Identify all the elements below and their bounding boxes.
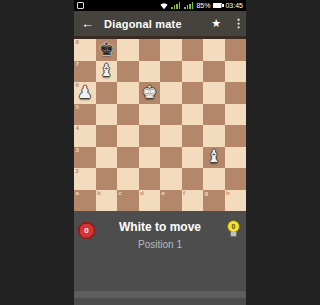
file-label-g: g [205,190,209,197]
piece-black-king[interactable]: ♚ [99,41,114,58]
overflow-menu-icon[interactable]: ⋮ [233,17,239,30]
square-e7[interactable] [160,61,182,83]
status-bar: 85% 03:45 [74,0,246,11]
square-g3[interactable]: ♝ [203,147,225,169]
square-c6[interactable] [117,82,139,104]
square-c4[interactable] [117,125,139,147]
wifi-icon [160,2,168,10]
square-f1[interactable]: f [182,190,204,212]
battery-percent: 85% [196,2,210,9]
clock: 03:45 [225,2,243,9]
square-a6[interactable]: 6♟ [74,82,96,104]
square-a7[interactable]: 7 [74,61,96,83]
square-g7[interactable] [203,61,225,83]
square-a2[interactable]: 2 [74,168,96,190]
square-h2[interactable] [225,168,247,190]
square-c7[interactable] [117,61,139,83]
square-b1[interactable]: b [96,190,118,212]
square-g6[interactable] [203,82,225,104]
square-h6[interactable] [225,82,247,104]
square-d8[interactable] [139,39,161,61]
square-e2[interactable] [160,168,182,190]
rank-label-4: 4 [76,125,79,132]
square-d6[interactable]: ♚ [139,82,161,104]
square-e4[interactable] [160,125,182,147]
square-h3[interactable] [225,147,247,169]
square-f2[interactable] [182,168,204,190]
square-d5[interactable] [139,104,161,126]
square-b6[interactable] [96,82,118,104]
file-label-e: e [162,190,165,197]
square-d1[interactable]: d [139,190,161,212]
square-f8[interactable] [182,39,204,61]
back-arrow-icon[interactable]: ← [81,16,97,31]
screenshot-icon [77,2,84,9]
square-h1[interactable]: h [225,190,247,212]
piece-white-bishop[interactable]: ♝ [99,62,114,79]
square-d2[interactable] [139,168,161,190]
square-d7[interactable] [139,61,161,83]
file-label-d: d [140,190,144,197]
file-label-c: c [119,190,122,197]
square-e8[interactable] [160,39,182,61]
rank-label-3: 3 [76,147,79,154]
square-h4[interactable] [225,125,247,147]
rank-label-2: 2 [76,168,79,175]
file-label-f: f [183,190,185,197]
square-b7[interactable]: ♝ [96,61,118,83]
square-c5[interactable] [117,104,139,126]
square-b4[interactable] [96,125,118,147]
lightbulb-base [230,232,237,237]
page-title: Diagonal mate [104,18,211,30]
square-g8[interactable] [203,39,225,61]
app-bar: ← Diagonal mate ★ ⋮ [74,11,246,36]
phone-screen: 85% 03:45 ← Diagonal mate ★ ⋮ 8♚7♝6♟♚543… [74,0,246,305]
file-label-h: h [226,190,230,197]
square-f6[interactable] [182,82,204,104]
square-h5[interactable] [225,104,247,126]
square-b3[interactable] [96,147,118,169]
square-d3[interactable] [139,147,161,169]
square-g5[interactable] [203,104,225,126]
error-count: 0 [80,224,94,238]
file-label-b: b [97,190,101,197]
square-e5[interactable] [160,104,182,126]
square-d4[interactable] [139,125,161,147]
bottom-nav-strip [74,291,246,298]
square-a3[interactable]: 3 [74,147,96,169]
square-b2[interactable] [96,168,118,190]
square-f5[interactable] [182,104,204,126]
battery-icon [213,3,222,8]
piece-white-king[interactable]: ♚ [142,84,157,101]
bottom-panel: 0 White to move Position 1 0 [74,211,246,298]
square-a8[interactable]: 8 [74,39,96,61]
square-g4[interactable] [203,125,225,147]
square-c1[interactable]: c [117,190,139,212]
square-c2[interactable] [117,168,139,190]
square-e6[interactable] [160,82,182,104]
rank-label-8: 8 [76,39,79,46]
square-e3[interactable] [160,147,182,169]
square-c3[interactable] [117,147,139,169]
error-counter-badge: 0 [78,222,95,239]
signal-sim2-icon [183,2,194,9]
favorite-star-icon[interactable]: ★ [211,17,221,30]
square-b5[interactable] [96,104,118,126]
chess-board[interactable]: 8♚7♝6♟♚543♝2abcdefgh [74,39,246,211]
piece-white-bishop[interactable]: ♝ [206,148,221,165]
signal-sim1-icon [170,2,181,9]
square-f3[interactable] [182,147,204,169]
square-g2[interactable] [203,168,225,190]
square-a5[interactable]: 5 [74,104,96,126]
file-label-a: a [76,190,79,197]
piece-white-pawn[interactable]: ♟ [77,84,92,101]
square-b8[interactable]: ♚ [96,39,118,61]
square-h7[interactable] [225,61,247,83]
square-f7[interactable] [182,61,204,83]
rank-label-7: 7 [76,61,79,68]
square-a4[interactable]: 4 [74,125,96,147]
square-f4[interactable] [182,125,204,147]
square-a1[interactable]: a [74,190,96,212]
hint-lightbulb-button[interactable]: 0 [227,220,240,237]
position-number-label: Position 1 [74,239,246,250]
square-g1[interactable]: g [203,190,225,212]
square-e1[interactable]: e [160,190,182,212]
square-h8[interactable] [225,39,247,61]
side-to-move-label: White to move [74,211,246,234]
rank-label-5: 5 [76,104,79,111]
square-c8[interactable] [117,39,139,61]
